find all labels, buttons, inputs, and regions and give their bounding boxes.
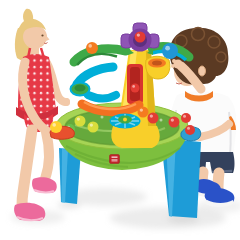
- left-ramp-ball: [86, 42, 98, 54]
- boy-ear: [199, 66, 206, 76]
- water-ball: [88, 122, 99, 133]
- ball-highlight: [137, 33, 140, 36]
- water-spinner: [110, 114, 141, 129]
- ball-highlight: [165, 46, 170, 51]
- water-ball: [148, 113, 159, 124]
- water-ball: [169, 117, 180, 128]
- red-chute-ball: [131, 84, 140, 93]
- ball-highlight: [52, 123, 56, 127]
- ramp-end-cup-inner: [75, 85, 86, 92]
- ball-highlight: [132, 85, 135, 88]
- boy-scoop-ball: [185, 125, 195, 135]
- girl-scoop-ball: [50, 121, 62, 133]
- boy-finger: [172, 59, 176, 63]
- boy-finger-2: [171, 64, 175, 68]
- ball-highlight: [150, 114, 153, 117]
- girl-far-leg: [45, 132, 49, 179]
- ball-highlight: [187, 127, 190, 130]
- side-funnel-yellow: [146, 56, 170, 79]
- ball-highlight: [77, 117, 80, 120]
- water-ball: [75, 116, 86, 127]
- spiral-ramp-cyan-lower: [88, 95, 116, 98]
- water-ball: [181, 113, 191, 123]
- girl-far-hand: [62, 98, 70, 106]
- girl-eye: [41, 34, 43, 36]
- ball-highlight: [140, 108, 143, 111]
- right-ramp-ball: [162, 43, 178, 59]
- ball-highlight: [171, 118, 174, 121]
- brand-logo-badge: [110, 155, 120, 164]
- scene-canvas: [0, 0, 240, 240]
- water-ball: [138, 107, 149, 118]
- ball-highlight: [88, 44, 92, 48]
- ball-highlight: [90, 123, 93, 126]
- ball-highlight: [183, 115, 186, 118]
- product-photo: [0, 0, 240, 240]
- flower-funnel-ball: [135, 32, 146, 43]
